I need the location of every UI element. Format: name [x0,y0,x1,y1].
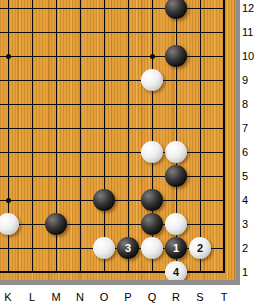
go-board[interactable]: 3124 [0,0,236,280]
stone-black-M3 [45,213,67,235]
grid-line-row-7 [0,128,225,129]
stone-white-Q2 [141,237,163,259]
grid-line-col-S [200,0,201,273]
row-label-9: 9 [242,72,260,88]
row-label-1: 1 [242,264,260,280]
stone-black-P2: 3 [117,237,139,259]
grid-line-row-8 [0,104,225,105]
star-point-K10 [6,54,11,59]
board-edge-bar-right [236,0,240,285]
stone-black-R10 [165,45,187,67]
star-point-Q10 [150,54,155,59]
row-label-11: 11 [242,24,260,40]
grid-line-row-10 [0,56,225,57]
stone-black-R5 [165,165,187,187]
grid-line-row-1 [0,271,225,273]
stone-white-S2: 2 [189,237,211,259]
stone-white-K3 [0,213,19,235]
grid-line-col-L [32,0,33,273]
grid-line-row-6 [0,152,225,153]
stone-black-O4 [93,189,115,211]
col-label-S: S [191,288,209,306]
stone-black-Q3 [141,213,163,235]
row-label-4: 4 [242,192,260,208]
stone-black-R12 [165,0,187,19]
grid-line-row-9 [0,80,225,81]
col-label-P: P [119,288,137,306]
stone-white-Q6 [141,141,163,163]
row-label-3: 3 [242,216,260,232]
col-label-N: N [71,288,89,306]
col-label-K: K [0,288,17,306]
stone-black-Q4 [141,189,163,211]
stone-white-O2 [93,237,115,259]
col-label-M: M [47,288,65,306]
stone-white-R6 [165,141,187,163]
grid-line-col-N [80,0,81,273]
grid-line-row-12 [0,8,225,9]
row-label-10: 10 [242,48,260,64]
row-label-5: 5 [242,168,260,184]
row-label-7: 7 [242,120,260,136]
go-diagram: 3124 121110987654321 KLMNOPQRST [0,0,260,308]
row-label-12: 12 [242,0,260,16]
col-label-R: R [167,288,185,306]
stone-white-Q9 [141,69,163,91]
star-point-K4 [6,198,11,203]
grid-line-col-P [128,0,129,273]
grid-line-row-11 [0,32,225,33]
grid-line-row-3 [0,224,225,225]
stone-black-R2: 1 [165,237,187,259]
grid-line-col-T [223,0,225,273]
row-label-6: 6 [242,144,260,160]
grid-line-col-O [104,0,105,273]
row-label-2: 2 [242,240,260,256]
col-label-Q: Q [143,288,161,306]
grid-line-row-5 [0,176,225,177]
board-edge-bar-bottom [0,280,240,285]
col-label-O: O [95,288,113,306]
stone-white-R3 [165,213,187,235]
stone-white-R1: 4 [165,261,187,280]
col-label-L: L [23,288,41,306]
row-label-8: 8 [242,96,260,112]
col-label-T: T [215,288,233,306]
